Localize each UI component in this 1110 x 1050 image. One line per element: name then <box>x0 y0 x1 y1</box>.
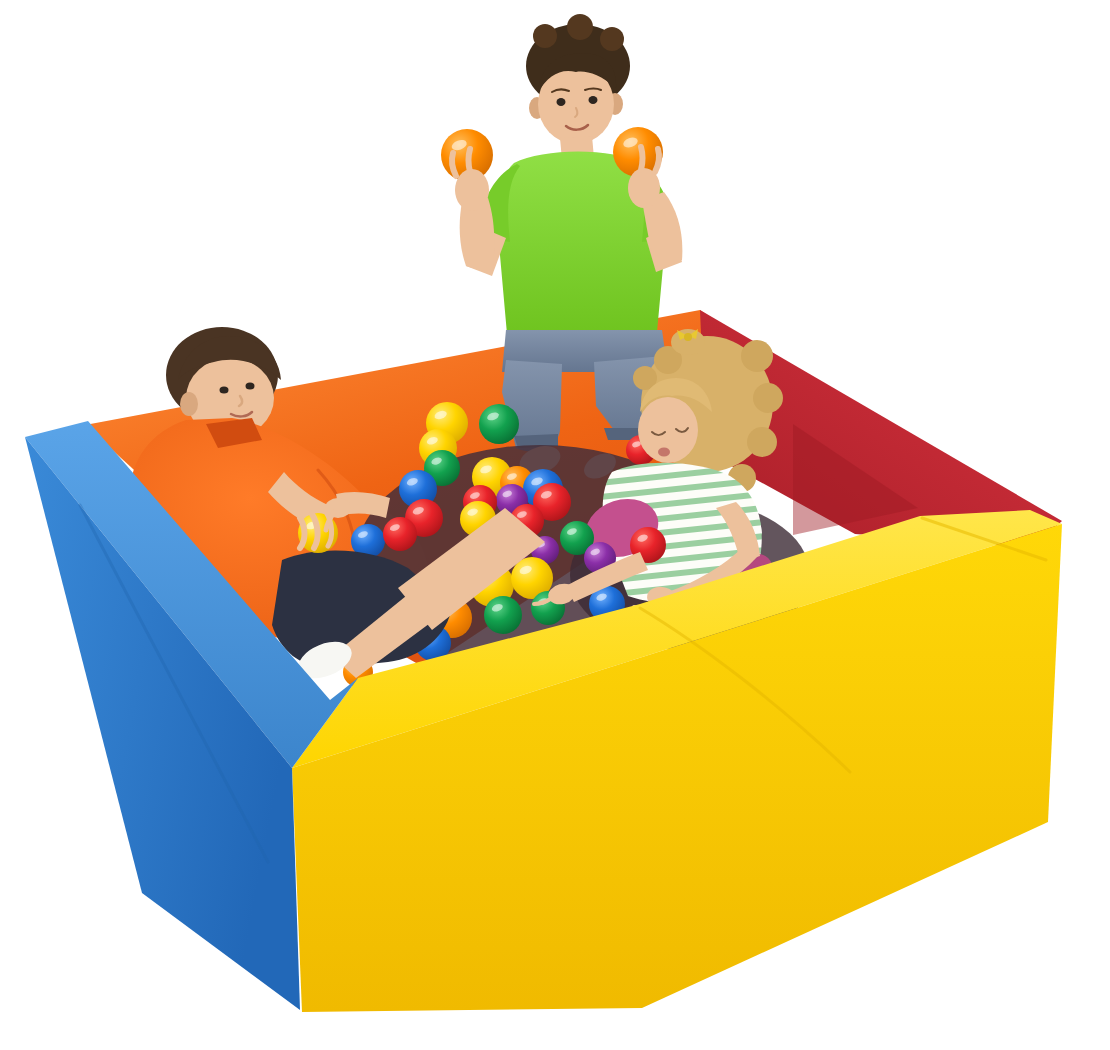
girl-curl-3 <box>747 427 777 457</box>
boy-top-curl-2 <box>567 14 593 40</box>
ball-body <box>383 517 417 551</box>
boy-left-hand-2 <box>325 498 351 518</box>
layers-root <box>0 0 1110 1050</box>
girl-bow-knot <box>684 333 692 341</box>
boy-top-fingers-l2 <box>469 149 471 172</box>
boy-top-curl-3 <box>600 27 624 51</box>
girl-bun <box>671 329 705 355</box>
scene-canvas <box>0 0 1110 1050</box>
girl-mouth <box>658 448 670 457</box>
ball-pit-photo <box>0 0 1110 1050</box>
boy-left-eye-r <box>246 383 255 390</box>
girl-curl-2 <box>753 383 783 413</box>
boy-top-fingers-r2 <box>641 147 643 170</box>
ball-g <box>479 404 519 444</box>
boy-top-eye-l <box>557 98 566 106</box>
ball-body <box>484 596 522 634</box>
ball-r <box>383 517 417 551</box>
boy-top-curl-1 <box>533 24 557 48</box>
ball-g <box>484 596 522 634</box>
boy-top-hand-l <box>455 169 489 211</box>
ball-body <box>479 404 519 444</box>
boy-top-eye-r <box>589 96 598 104</box>
girl-curl-1 <box>741 340 773 372</box>
boy-left-ear <box>180 392 198 416</box>
boy-left-eye-l <box>220 387 229 394</box>
